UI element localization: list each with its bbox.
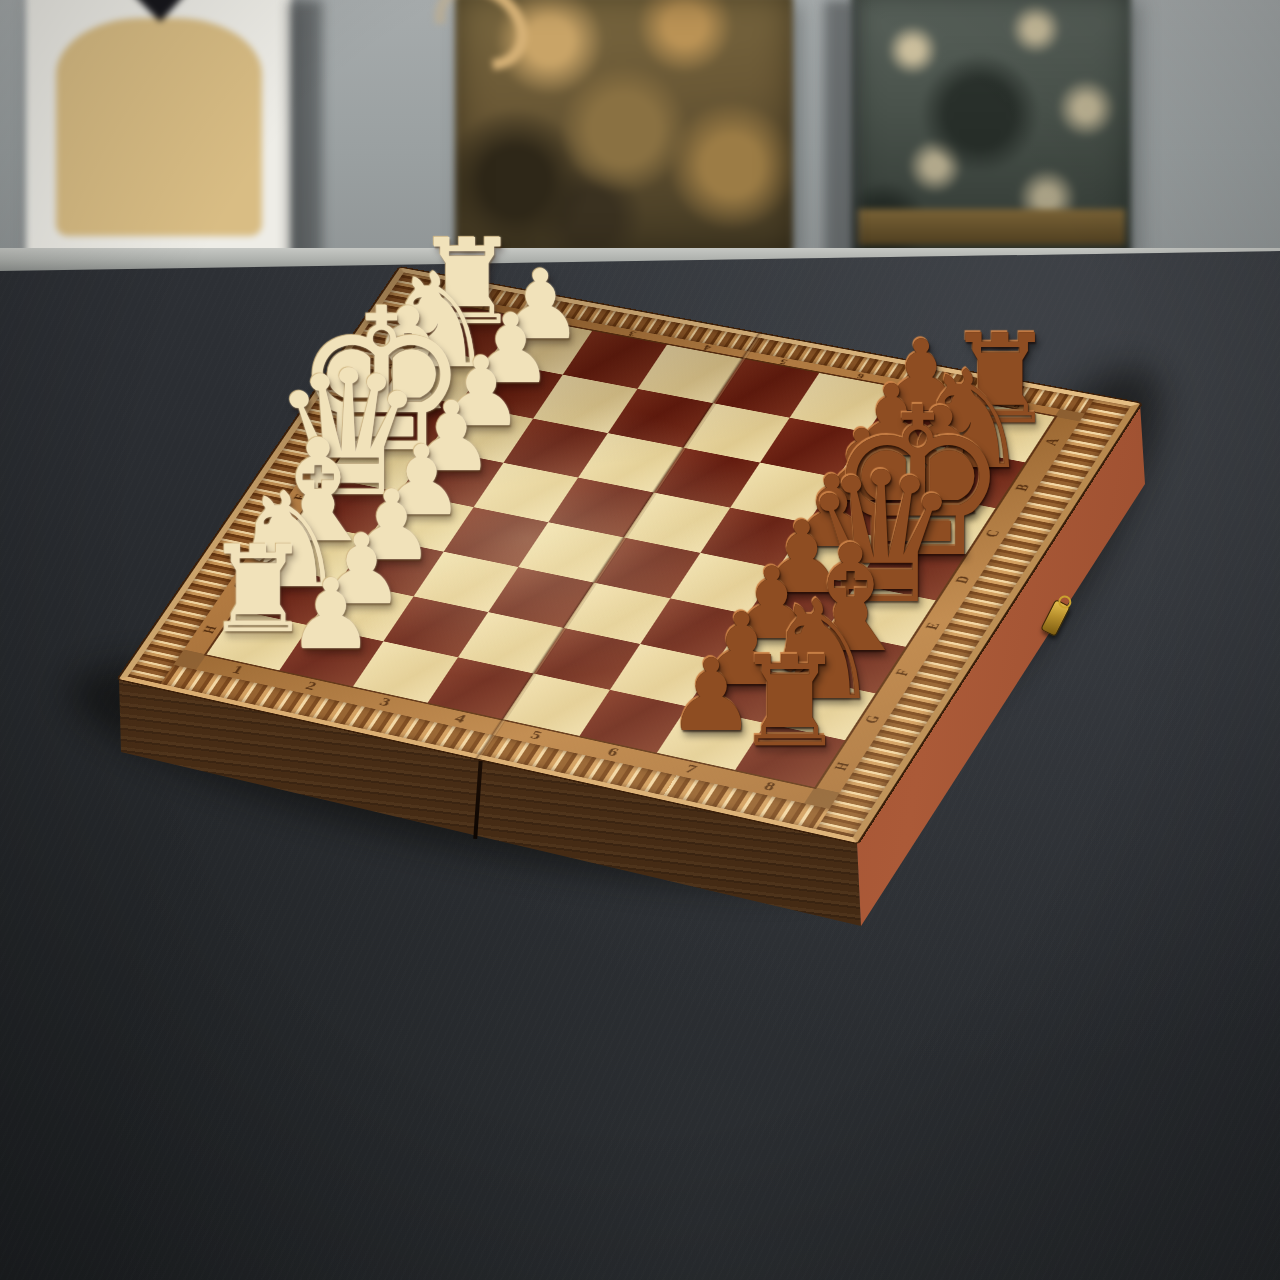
- gold-lace-pattern: [56, 18, 262, 236]
- coordinate-label-6: 6: [605, 745, 622, 759]
- coordinate-label-2: 2: [303, 679, 319, 692]
- wall-art-right: [851, 0, 1131, 256]
- coordinate-label-3: 3: [377, 696, 393, 710]
- piece-white-pawn[interactable]: ♟: [246, 567, 416, 664]
- coordinate-label-7: 7: [682, 762, 699, 776]
- bronze-arc-ornament: [417, 0, 545, 88]
- wall-shadow: [824, 0, 858, 278]
- coordinate-label-5: 5: [528, 729, 545, 743]
- coordinate-label-8: 8: [761, 780, 778, 794]
- panel-ledge: [857, 209, 1126, 246]
- wall-shadow: [288, 0, 322, 278]
- coordinate-label-1: 1: [230, 663, 246, 676]
- background-wall: [0, 0, 1280, 278]
- coordinate-label-4: 4: [452, 712, 468, 726]
- scene: 12345678 12345678 ABCDEFGH ABCDEFGH ♜♞♝♚…: [0, 0, 1280, 1280]
- piece-black-rook[interactable]: ♜: [705, 640, 875, 765]
- wall-art-left: [26, 0, 292, 260]
